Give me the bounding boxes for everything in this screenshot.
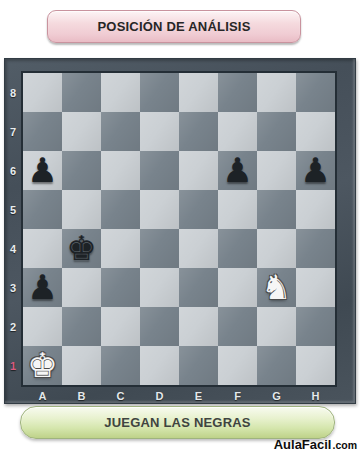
square-a7 [23, 112, 62, 151]
square-d3 [140, 268, 179, 307]
turn-banner-label: JUEGAN LAS NEGRAS [104, 415, 250, 430]
square-e3 [179, 268, 218, 307]
turn-banner: JUEGAN LAS NEGRAS [20, 406, 335, 439]
square-c7 [101, 112, 140, 151]
square-d6 [140, 151, 179, 190]
square-c3 [101, 268, 140, 307]
square-h3 [296, 268, 335, 307]
square-h1 [296, 346, 335, 385]
square-b3 [62, 268, 101, 307]
rank-labels: 87654321 [5, 73, 21, 385]
square-f8 [218, 73, 257, 112]
file-labels: ABCDEFGH [23, 387, 335, 405]
square-e8 [179, 73, 218, 112]
square-f6: ♟ [218, 151, 257, 190]
black-pawn-f6: ♟ [222, 151, 252, 190]
square-b6 [62, 151, 101, 190]
rank-label-7: 7 [5, 112, 21, 151]
square-e6 [179, 151, 218, 190]
black-pawn-h6: ♟ [300, 151, 330, 190]
square-b1 [62, 346, 101, 385]
square-a1: ♚ [23, 346, 62, 385]
square-d8 [140, 73, 179, 112]
analysis-banner: POSICIÓN DE ANÁLISIS [47, 10, 301, 43]
square-f3 [218, 268, 257, 307]
square-f5 [218, 190, 257, 229]
black-king-b4: ♚ [66, 229, 96, 268]
square-a8 [23, 73, 62, 112]
white-king-a1: ♚ [27, 346, 57, 385]
square-h5 [296, 190, 335, 229]
board-border: ♟♟♟♚♟♞♚ [21, 71, 337, 387]
square-g3: ♞ [257, 268, 296, 307]
square-d4 [140, 229, 179, 268]
square-b5 [62, 190, 101, 229]
square-d2 [140, 307, 179, 346]
square-c1 [101, 346, 140, 385]
analysis-banner-label: POSICIÓN DE ANÁLISIS [97, 19, 250, 34]
brand-suffix: .com [332, 439, 357, 451]
square-a5 [23, 190, 62, 229]
square-a4 [23, 229, 62, 268]
square-c6 [101, 151, 140, 190]
black-pawn-a3: ♟ [27, 268, 57, 307]
square-f1 [218, 346, 257, 385]
lesson-card: POSICIÓN DE ANÁLISIS 87654321 ♟♟♟♚♟♞♚ AB… [0, 0, 362, 453]
square-g5 [257, 190, 296, 229]
square-g7 [257, 112, 296, 151]
rank-label-5: 5 [5, 190, 21, 229]
board-squares: ♟♟♟♚♟♞♚ [23, 73, 335, 385]
file-label-c: C [101, 387, 140, 405]
rank-label-6: 6 [5, 151, 21, 190]
square-b8 [62, 73, 101, 112]
square-a2 [23, 307, 62, 346]
file-label-a: A [23, 387, 62, 405]
square-g8 [257, 73, 296, 112]
file-label-b: B [62, 387, 101, 405]
square-e7 [179, 112, 218, 151]
square-g4 [257, 229, 296, 268]
square-g2 [257, 307, 296, 346]
square-h8 [296, 73, 335, 112]
white-knight-g3: ♞ [261, 268, 291, 307]
rank-label-1: 1 [5, 346, 21, 385]
brand-mark: AulaFacil.com [274, 437, 357, 452]
file-label-f: F [218, 387, 257, 405]
square-d7 [140, 112, 179, 151]
square-a3: ♟ [23, 268, 62, 307]
square-c8 [101, 73, 140, 112]
square-g1 [257, 346, 296, 385]
square-b7 [62, 112, 101, 151]
square-e4 [179, 229, 218, 268]
square-e1 [179, 346, 218, 385]
brand-name: AulaFacil [274, 437, 332, 452]
rank-label-3: 3 [5, 268, 21, 307]
square-b2 [62, 307, 101, 346]
chess-board: 87654321 ♟♟♟♚♟♞♚ ABCDEFGH [4, 58, 356, 404]
square-h4 [296, 229, 335, 268]
square-c4 [101, 229, 140, 268]
square-d5 [140, 190, 179, 229]
square-e2 [179, 307, 218, 346]
square-b4: ♚ [62, 229, 101, 268]
file-label-e: E [179, 387, 218, 405]
rank-label-2: 2 [5, 307, 21, 346]
square-h6: ♟ [296, 151, 335, 190]
square-f4 [218, 229, 257, 268]
rank-label-4: 4 [5, 229, 21, 268]
file-label-h: H [296, 387, 335, 405]
black-pawn-a6: ♟ [27, 151, 57, 190]
square-e5 [179, 190, 218, 229]
file-label-d: D [140, 387, 179, 405]
square-c5 [101, 190, 140, 229]
rank-label-8: 8 [5, 73, 21, 112]
file-label-g: G [257, 387, 296, 405]
square-h7 [296, 112, 335, 151]
square-f7 [218, 112, 257, 151]
square-c2 [101, 307, 140, 346]
square-a6: ♟ [23, 151, 62, 190]
square-h2 [296, 307, 335, 346]
square-g6 [257, 151, 296, 190]
square-f2 [218, 307, 257, 346]
square-d1 [140, 346, 179, 385]
